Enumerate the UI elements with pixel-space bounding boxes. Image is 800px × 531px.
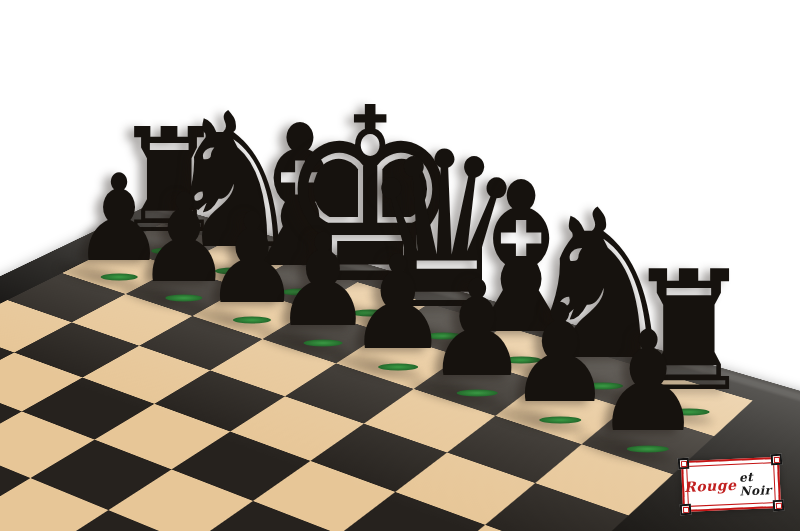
product-photo-stage: ♜♞♝♚♛♝♞♜♟♟♟♟♟♟♟♟ Rouge et Noir: [0, 0, 800, 531]
chessboard: [0, 202, 800, 531]
logo-text-rouge: Rouge: [684, 476, 737, 494]
corner-knot-icon: [680, 504, 691, 515]
brand-logo: Rouge et Noir: [681, 457, 781, 512]
corner-knot-icon: [773, 500, 784, 511]
corner-knot-icon: [771, 454, 782, 465]
logo-text-et-noir: et Noir: [739, 468, 779, 498]
corner-knot-icon: [678, 458, 689, 469]
